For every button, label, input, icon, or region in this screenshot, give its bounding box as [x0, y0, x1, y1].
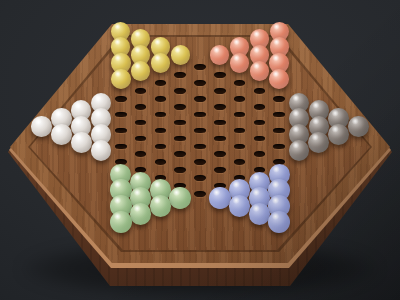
marble-gray[interactable]: [289, 140, 310, 161]
marble-gray[interactable]: [328, 124, 349, 145]
marble-yellow[interactable]: [171, 45, 190, 64]
board-hole[interactable]: [174, 136, 186, 142]
board-hole[interactable]: [155, 144, 167, 150]
board-hole[interactable]: [115, 144, 127, 150]
board-hole[interactable]: [254, 104, 266, 110]
board-hole[interactable]: [155, 80, 167, 86]
board-hole[interactable]: [174, 104, 186, 110]
board-hole[interactable]: [194, 80, 206, 86]
marble-yellow[interactable]: [131, 61, 151, 81]
board-hole[interactable]: [174, 120, 186, 126]
board-hole[interactable]: [214, 72, 226, 78]
board-hole[interactable]: [214, 104, 226, 110]
board-hole[interactable]: [155, 159, 167, 165]
board-hole[interactable]: [254, 136, 266, 142]
board-hole[interactable]: [135, 120, 147, 126]
board-hole[interactable]: [254, 151, 266, 157]
board-hole[interactable]: [174, 167, 186, 173]
board-hole[interactable]: [194, 175, 206, 181]
board-hole[interactable]: [214, 151, 226, 157]
marble-gray[interactable]: [308, 132, 329, 153]
board-hole[interactable]: [155, 128, 167, 134]
board-hole[interactable]: [254, 120, 266, 126]
board-hole[interactable]: [234, 96, 246, 102]
marble-white[interactable]: [31, 116, 51, 136]
board-hole[interactable]: [214, 88, 226, 94]
marble-blue[interactable]: [268, 211, 290, 233]
board-hole[interactable]: [273, 128, 285, 134]
board-hole[interactable]: [194, 112, 206, 118]
board-hole[interactable]: [214, 167, 226, 173]
board-hole[interactable]: [234, 112, 246, 118]
marble-red[interactable]: [210, 45, 229, 64]
board-hole[interactable]: [115, 96, 127, 102]
board-hole[interactable]: [115, 112, 127, 118]
board-hole[interactable]: [155, 112, 167, 118]
marble-white[interactable]: [71, 132, 92, 153]
marble-gray[interactable]: [348, 116, 368, 136]
marble-yellow[interactable]: [111, 69, 131, 89]
board-hole[interactable]: [155, 96, 167, 102]
marble-green[interactable]: [110, 211, 132, 233]
marble-white[interactable]: [91, 140, 112, 161]
marble-green[interactable]: [150, 195, 172, 217]
board-hole[interactable]: [254, 88, 266, 94]
marble-blue[interactable]: [249, 203, 271, 225]
board-hole[interactable]: [273, 96, 285, 102]
marble-blue[interactable]: [209, 187, 231, 209]
marble-green[interactable]: [130, 203, 152, 225]
board-hole[interactable]: [135, 88, 147, 94]
board-hole[interactable]: [194, 144, 206, 150]
board-hole[interactable]: [194, 191, 206, 197]
board-hole[interactable]: [273, 112, 285, 118]
board-hole[interactable]: [234, 144, 246, 150]
board-hole[interactable]: [135, 104, 147, 110]
marble-blue[interactable]: [229, 195, 251, 217]
board-hole[interactable]: [194, 128, 206, 134]
marble-red[interactable]: [250, 61, 270, 81]
board-hole[interactable]: [194, 159, 206, 165]
board-hole[interactable]: [234, 80, 246, 86]
board-hole[interactable]: [234, 128, 246, 134]
marble-red[interactable]: [269, 69, 289, 89]
marble-yellow[interactable]: [151, 53, 171, 73]
board-hole[interactable]: [115, 128, 127, 134]
board-hole[interactable]: [194, 96, 206, 102]
chinese-checkers-scene: [0, 0, 400, 300]
board-hole[interactable]: [214, 136, 226, 142]
board-hole[interactable]: [273, 144, 285, 150]
board-hole[interactable]: [214, 120, 226, 126]
board-hole[interactable]: [174, 72, 186, 78]
board-hole[interactable]: [135, 136, 147, 142]
board-hole[interactable]: [174, 88, 186, 94]
board-hole[interactable]: [234, 159, 246, 165]
board-hole[interactable]: [174, 151, 186, 157]
board-cells-layer: [0, 0, 400, 300]
board-hole[interactable]: [135, 151, 147, 157]
board-hole[interactable]: [194, 64, 206, 70]
marble-white[interactable]: [51, 124, 72, 145]
marble-red[interactable]: [230, 53, 250, 73]
marble-green[interactable]: [169, 187, 191, 209]
